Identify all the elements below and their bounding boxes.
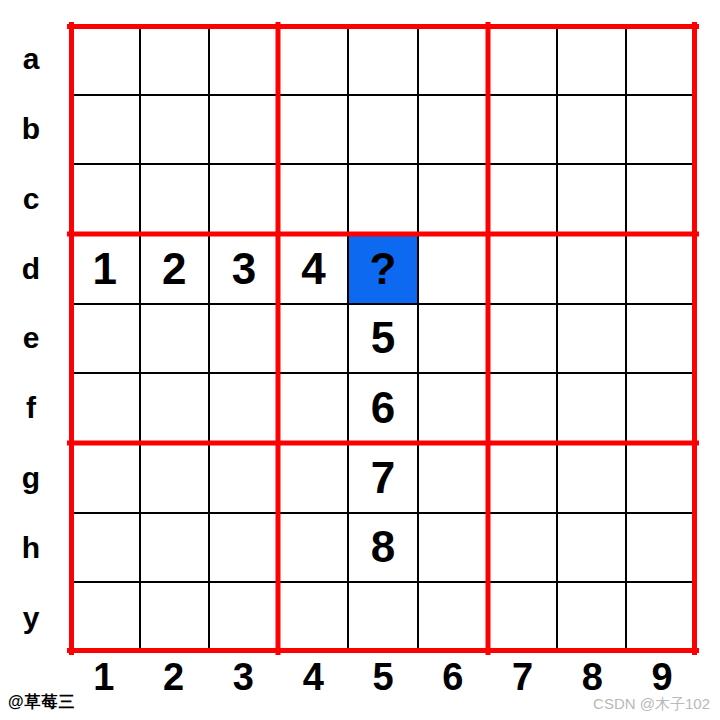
- cell-f1: [71, 374, 141, 444]
- cell-e2: [141, 305, 211, 375]
- cell-y3: [210, 583, 280, 653]
- cell-f7: [488, 374, 558, 444]
- cell-d6: [419, 235, 489, 305]
- cell-e4: [280, 305, 350, 375]
- cell-h4: [280, 514, 350, 584]
- cell-e3: [210, 305, 280, 375]
- row-labels: abcdefghy: [0, 24, 62, 653]
- cell-e5: 5: [349, 305, 419, 375]
- cell-y6: [419, 583, 489, 653]
- box-line-horizontal-third1: [67, 231, 699, 236]
- box-line-vertical-left: [69, 22, 74, 655]
- cell-a2: [141, 26, 211, 96]
- cell-h2: [141, 514, 211, 584]
- cell-g5: 7: [349, 444, 419, 514]
- cell-h9: [627, 514, 697, 584]
- cell-b4: [280, 96, 350, 166]
- box-line-horizontal-top: [67, 24, 699, 29]
- cell-c8: [558, 165, 628, 235]
- cell-c4: [280, 165, 350, 235]
- col-label-2: 2: [139, 656, 209, 699]
- cell-b2: [141, 96, 211, 166]
- cell-b9: [627, 96, 697, 166]
- col-label-1: 1: [69, 656, 139, 699]
- cell-g9: [627, 444, 697, 514]
- col-label-6: 6: [418, 656, 488, 699]
- cell-c1: [71, 165, 141, 235]
- cell-a7: [488, 26, 558, 96]
- box-line-horizontal-third2: [67, 441, 699, 446]
- row-label-h: h: [0, 513, 62, 583]
- cell-d2: 2: [141, 235, 211, 305]
- cell-b5: [349, 96, 419, 166]
- watermark-author-left: @草莓三: [8, 692, 76, 713]
- row-label-b: b: [0, 94, 62, 164]
- cell-g6: [419, 444, 489, 514]
- cell-c5: [349, 165, 419, 235]
- cell-b1: [71, 96, 141, 166]
- cell-y1: [71, 583, 141, 653]
- col-label-7: 7: [488, 656, 558, 699]
- cell-g7: [488, 444, 558, 514]
- cell-b8: [558, 96, 628, 166]
- cell-h8: [558, 514, 628, 584]
- box-line-vertical-third1: [276, 22, 281, 655]
- cell-d9: [627, 235, 697, 305]
- cell-a6: [419, 26, 489, 96]
- cell-a3: [210, 26, 280, 96]
- cell-e6: [419, 305, 489, 375]
- cell-y9: [627, 583, 697, 653]
- col-label-3: 3: [209, 656, 279, 699]
- cell-y8: [558, 583, 628, 653]
- cell-d1: 1: [71, 235, 141, 305]
- row-label-g: g: [0, 443, 62, 513]
- cell-f4: [280, 374, 350, 444]
- cell-f5: 6: [349, 374, 419, 444]
- cell-f8: [558, 374, 628, 444]
- row-label-d: d: [0, 234, 62, 304]
- box-line-vertical-right: [692, 22, 697, 655]
- cell-c6: [419, 165, 489, 235]
- cell-b6: [419, 96, 489, 166]
- cell-f2: [141, 374, 211, 444]
- cell-f9: [627, 374, 697, 444]
- cell-c3: [210, 165, 280, 235]
- cell-h6: [419, 514, 489, 584]
- cell-d7: [488, 235, 558, 305]
- cell-d8: [558, 235, 628, 305]
- cell-a1: [71, 26, 141, 96]
- box-line-horizontal-bottom: [67, 648, 699, 653]
- cell-y7: [488, 583, 558, 653]
- cell-y2: [141, 583, 211, 653]
- cell-g4: [280, 444, 350, 514]
- cell-f3: [210, 374, 280, 444]
- cell-g3: [210, 444, 280, 514]
- cell-grid: 1234?5678: [69, 24, 697, 653]
- cell-h7: [488, 514, 558, 584]
- cell-e8: [558, 305, 628, 375]
- cell-g1: [71, 444, 141, 514]
- cell-h5: 8: [349, 514, 419, 584]
- row-label-e: e: [0, 304, 62, 374]
- cell-a9: [627, 26, 697, 96]
- cell-c2: [141, 165, 211, 235]
- row-label-y: y: [0, 583, 62, 653]
- row-label-a: a: [0, 24, 62, 94]
- puzzle-canvas: abcdefghy 1234?5678 123456789 @草莓三 CSDN …: [0, 0, 720, 720]
- cell-y4: [280, 583, 350, 653]
- col-label-5: 5: [348, 656, 418, 699]
- cell-e1: [71, 305, 141, 375]
- cell-h1: [71, 514, 141, 584]
- cell-d5: ?: [349, 235, 419, 305]
- cell-h3: [210, 514, 280, 584]
- cell-g2: [141, 444, 211, 514]
- cell-b7: [488, 96, 558, 166]
- cell-a4: [280, 26, 350, 96]
- cell-g8: [558, 444, 628, 514]
- row-label-c: c: [0, 164, 62, 234]
- watermark-csdn-right: CSDN @木子102: [593, 695, 710, 714]
- cell-b3: [210, 96, 280, 166]
- col-label-4: 4: [278, 656, 348, 699]
- board: 1234?5678: [69, 24, 697, 653]
- cell-c9: [627, 165, 697, 235]
- col-label-9: 9: [627, 656, 697, 699]
- cell-d3: 3: [210, 235, 280, 305]
- cell-e9: [627, 305, 697, 375]
- cell-e7: [488, 305, 558, 375]
- cell-c7: [488, 165, 558, 235]
- col-label-8: 8: [557, 656, 627, 699]
- cell-y5: [349, 583, 419, 653]
- row-label-f: f: [0, 373, 62, 443]
- cell-a5: [349, 26, 419, 96]
- box-line-vertical-third2: [485, 22, 490, 655]
- col-labels: 123456789: [69, 656, 697, 698]
- cell-d4: 4: [280, 235, 350, 305]
- cell-f6: [419, 374, 489, 444]
- cell-a8: [558, 26, 628, 96]
